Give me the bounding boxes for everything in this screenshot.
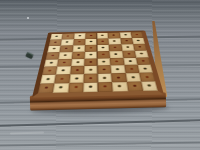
peg-hole (125, 40, 128, 41)
peg-hole (52, 55, 55, 56)
peg-hole (102, 47, 104, 48)
peg-hole (124, 34, 126, 35)
peg-hole (76, 69, 79, 71)
board-frame (32, 30, 164, 97)
peg-hole (48, 70, 51, 72)
square-h2 (139, 73, 155, 82)
dust-speck (27, 17, 29, 19)
square-b1 (53, 83, 69, 93)
square-b2 (55, 74, 70, 83)
peg-hole (90, 35, 92, 36)
peg-hole (74, 86, 77, 88)
square-c1 (68, 83, 83, 93)
peg-hole (78, 35, 80, 36)
peg-hole (61, 78, 64, 80)
peg-hole (102, 41, 104, 42)
peg-hole (90, 54, 92, 55)
square-c2 (69, 74, 84, 83)
peg-hole (147, 85, 150, 87)
peg-hole (113, 35, 115, 36)
photo-scene (0, 0, 200, 150)
peg-hole (126, 46, 129, 47)
peg-hole (77, 47, 79, 48)
peg-hole (89, 69, 92, 71)
peg-hole (129, 60, 132, 62)
peg-hole (114, 47, 117, 48)
peg-hole (140, 53, 143, 54)
peg-hole (118, 85, 121, 87)
peg-hole (101, 35, 103, 36)
square-h1 (141, 81, 158, 91)
square-d1 (83, 83, 98, 93)
peg-hole (133, 85, 136, 87)
peg-hole (62, 69, 65, 71)
peg-hole (54, 42, 57, 43)
peg-hole (115, 53, 118, 54)
peg-hole (145, 76, 148, 78)
peg-hole (78, 41, 80, 42)
peg-hole (116, 68, 119, 70)
peg-hole (65, 48, 68, 49)
peg-hole (55, 36, 57, 37)
peg-hole (143, 68, 146, 70)
peg-hole (60, 87, 63, 89)
peg-hole (130, 68, 133, 70)
peg-hole (103, 61, 106, 63)
peg-hole (64, 54, 67, 55)
peg-hole (103, 77, 106, 79)
peg-hole (90, 47, 92, 48)
peg-hole (75, 77, 78, 79)
peg-hole (63, 62, 66, 64)
board-grid (38, 32, 158, 93)
peg-hole (138, 46, 141, 47)
peg-hole (90, 41, 92, 42)
peg-hole (89, 86, 92, 88)
peg-hole (89, 77, 92, 79)
chess-board (32, 30, 164, 97)
peg-hole (103, 68, 106, 70)
peg-hole (127, 53, 130, 54)
square-e2 (98, 74, 113, 83)
square-f1 (112, 82, 128, 92)
peg-hole (89, 61, 92, 63)
peg-hole (76, 61, 79, 63)
square-f2 (111, 73, 126, 82)
peg-hole (136, 34, 139, 35)
peg-hole (102, 54, 105, 55)
peg-hole (47, 78, 50, 80)
square-e1 (98, 82, 113, 92)
peg-hole (53, 48, 56, 49)
peg-hole (131, 76, 134, 78)
peg-hole (67, 36, 69, 37)
peg-hole (142, 60, 145, 62)
peg-hole (45, 87, 48, 89)
peg-hole (137, 40, 140, 41)
peg-hole (77, 54, 80, 55)
peg-hole (113, 40, 115, 41)
peg-hole (116, 60, 119, 62)
peg-hole (50, 62, 53, 64)
peg-hole (117, 76, 120, 78)
peg-hole (104, 86, 107, 88)
peg-hole (66, 41, 68, 42)
square-d2 (83, 74, 97, 83)
